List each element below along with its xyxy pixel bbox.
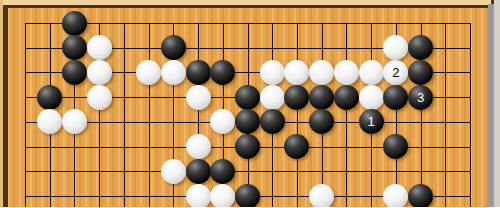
grid-vertical-line <box>470 23 471 207</box>
grid-vertical-line <box>346 23 347 207</box>
black-stone[interactable] <box>383 85 408 110</box>
black-stone[interactable] <box>37 85 62 110</box>
grid-horizontal-line <box>25 23 471 24</box>
black-stone[interactable] <box>284 134 309 159</box>
white-stone[interactable] <box>186 134 211 159</box>
black-stone[interactable] <box>210 159 235 184</box>
move-number-label: 3 <box>417 91 424 104</box>
grid-vertical-line <box>25 23 26 207</box>
black-stone[interactable] <box>309 85 334 110</box>
grid-vertical-line <box>149 23 150 207</box>
white-stone[interactable]: 2 <box>383 60 408 85</box>
white-stone[interactable] <box>210 184 235 208</box>
black-stone[interactable]: 1 <box>359 109 384 134</box>
white-stone[interactable] <box>186 85 211 110</box>
white-stone[interactable] <box>260 85 285 110</box>
white-stone[interactable] <box>87 35 112 60</box>
black-stone[interactable] <box>408 60 433 85</box>
white-stone[interactable] <box>62 109 87 134</box>
grid-horizontal-line <box>25 171 471 172</box>
black-stone[interactable] <box>62 35 87 60</box>
white-stone[interactable] <box>161 159 186 184</box>
black-stone[interactable] <box>210 60 235 85</box>
black-stone[interactable] <box>235 134 260 159</box>
black-stone[interactable] <box>186 60 211 85</box>
grid-vertical-line <box>445 23 446 207</box>
black-stone[interactable]: 3 <box>408 85 433 110</box>
white-stone[interactable] <box>359 60 384 85</box>
white-stone[interactable] <box>309 184 334 208</box>
black-stone[interactable] <box>309 109 334 134</box>
white-stone[interactable] <box>383 184 408 208</box>
black-stone[interactable] <box>62 60 87 85</box>
white-stone[interactable] <box>87 60 112 85</box>
white-stone[interactable] <box>87 85 112 110</box>
white-stone[interactable] <box>37 109 62 134</box>
white-stone[interactable] <box>186 184 211 208</box>
black-stone[interactable] <box>186 159 211 184</box>
go-board-screenshot: 231 <box>0 0 500 207</box>
grid-vertical-line <box>297 23 298 207</box>
black-stone[interactable] <box>235 109 260 134</box>
white-stone[interactable] <box>260 60 285 85</box>
move-number-label: 1 <box>367 115 374 128</box>
board-left-bevel <box>0 0 3 207</box>
black-stone[interactable] <box>284 85 309 110</box>
white-stone[interactable] <box>334 60 359 85</box>
black-stone[interactable] <box>334 85 359 110</box>
goban[interactable]: 231 <box>8 8 488 207</box>
white-stone[interactable] <box>383 35 408 60</box>
white-stone[interactable] <box>309 60 334 85</box>
white-stone[interactable] <box>136 60 161 85</box>
white-stone[interactable] <box>359 85 384 110</box>
page-background-strip <box>494 0 500 207</box>
black-stone[interactable] <box>235 85 260 110</box>
white-stone[interactable] <box>284 60 309 85</box>
move-number-label: 2 <box>392 66 399 79</box>
board-top-bevel <box>0 0 491 5</box>
black-stone[interactable] <box>260 109 285 134</box>
black-stone[interactable] <box>408 184 433 208</box>
black-stone[interactable] <box>161 35 186 60</box>
grid-vertical-line <box>124 23 125 207</box>
black-stone[interactable] <box>235 184 260 208</box>
black-stone[interactable] <box>408 35 433 60</box>
white-stone[interactable] <box>210 109 235 134</box>
black-stone[interactable] <box>62 11 87 36</box>
black-stone[interactable] <box>383 134 408 159</box>
white-stone[interactable] <box>161 60 186 85</box>
